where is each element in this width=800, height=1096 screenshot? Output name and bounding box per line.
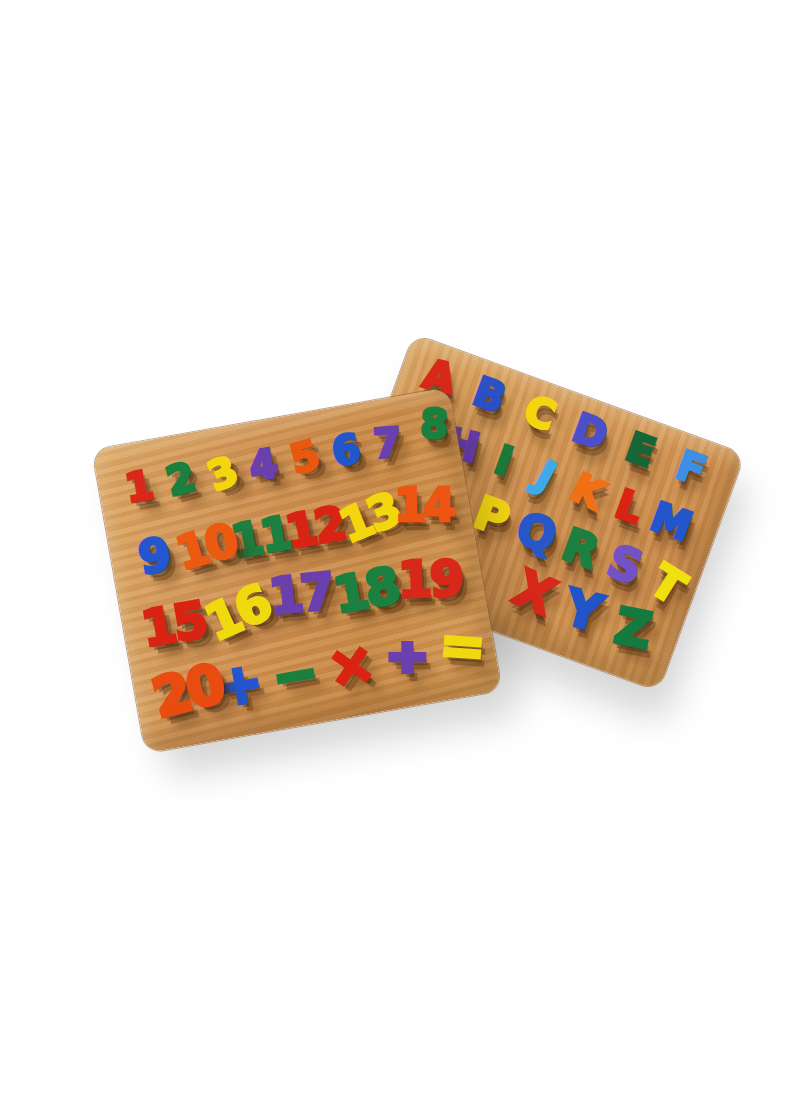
piece-÷[interactable]: ÷ bbox=[377, 628, 434, 682]
piece-C[interactable]: C bbox=[512, 386, 565, 438]
piece-14[interactable]: 14 bbox=[394, 481, 449, 527]
product-photo: ABCDEFGHIJKLMNOPQRSTUVWXYZ 1234567891011… bbox=[0, 0, 800, 1096]
piece-=[interactable]: = bbox=[431, 616, 491, 674]
piece-7[interactable]: 7 bbox=[364, 421, 409, 464]
piece-−[interactable]: − bbox=[261, 643, 326, 706]
piece-17[interactable]: 17 bbox=[266, 565, 334, 621]
piece-18[interactable]: 18 bbox=[330, 560, 401, 620]
piece-D[interactable]: D bbox=[563, 404, 616, 456]
piece-E[interactable]: E bbox=[613, 423, 666, 475]
numbers-puzzle-board: 1234567891011121314151617181920+−×÷= bbox=[92, 387, 502, 753]
piece-B[interactable]: B bbox=[462, 368, 515, 420]
piece-F[interactable]: F bbox=[664, 441, 717, 493]
piece-Z[interactable]: Z bbox=[601, 598, 662, 657]
piece-8[interactable]: 8 bbox=[411, 402, 454, 443]
piece-×[interactable]: × bbox=[317, 634, 382, 697]
piece-19[interactable]: 19 bbox=[397, 553, 461, 604]
piece-10[interactable]: 10 bbox=[171, 517, 237, 576]
piece-20[interactable]: 20 bbox=[147, 659, 216, 726]
piece-16[interactable]: 16 bbox=[198, 577, 276, 649]
